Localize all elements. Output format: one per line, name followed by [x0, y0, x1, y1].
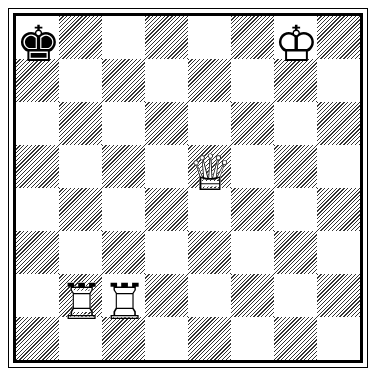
square-f3[interactable] — [231, 231, 274, 274]
board-inner-frame: ♚♚♔♛♕♜♖♜♖ — [13, 13, 363, 363]
square-b2[interactable]: ♜♖ — [59, 274, 102, 317]
square-e3[interactable] — [188, 231, 231, 274]
square-g2[interactable] — [274, 274, 317, 317]
square-e8[interactable] — [188, 16, 231, 59]
square-c1[interactable] — [102, 317, 145, 360]
square-a1[interactable] — [16, 317, 59, 360]
square-e1[interactable] — [188, 317, 231, 360]
square-c2[interactable]: ♜♖ — [102, 274, 145, 317]
square-c7[interactable] — [102, 59, 145, 102]
square-a6[interactable] — [16, 102, 59, 145]
square-a5[interactable] — [16, 145, 59, 188]
square-g1[interactable] — [274, 317, 317, 360]
square-g5[interactable] — [274, 145, 317, 188]
square-d4[interactable] — [145, 188, 188, 231]
square-a8[interactable]: ♚ — [16, 16, 59, 59]
square-a7[interactable] — [16, 59, 59, 102]
square-c3[interactable] — [102, 231, 145, 274]
square-h2[interactable] — [317, 274, 360, 317]
board-outer-frame: ♚♚♔♛♕♜♖♜♖ — [8, 8, 368, 368]
square-b5[interactable] — [59, 145, 102, 188]
square-b7[interactable] — [59, 59, 102, 102]
square-d5[interactable] — [145, 145, 188, 188]
square-e7[interactable] — [188, 59, 231, 102]
square-f2[interactable] — [231, 274, 274, 317]
square-b4[interactable] — [59, 188, 102, 231]
square-h7[interactable] — [317, 59, 360, 102]
square-d3[interactable] — [145, 231, 188, 274]
chess-board: ♚♚♔♛♕♜♖♜♖ — [16, 16, 360, 360]
square-f7[interactable] — [231, 59, 274, 102]
square-c6[interactable] — [102, 102, 145, 145]
square-a2[interactable] — [16, 274, 59, 317]
square-d6[interactable] — [145, 102, 188, 145]
square-e4[interactable] — [188, 188, 231, 231]
square-b6[interactable] — [59, 102, 102, 145]
square-h6[interactable] — [317, 102, 360, 145]
square-f1[interactable] — [231, 317, 274, 360]
square-e2[interactable] — [188, 274, 231, 317]
square-h1[interactable] — [317, 317, 360, 360]
square-d1[interactable] — [145, 317, 188, 360]
square-f5[interactable] — [231, 145, 274, 188]
square-b1[interactable] — [59, 317, 102, 360]
square-f6[interactable] — [231, 102, 274, 145]
square-d2[interactable] — [145, 274, 188, 317]
square-c8[interactable] — [102, 16, 145, 59]
square-g3[interactable] — [274, 231, 317, 274]
square-h5[interactable] — [317, 145, 360, 188]
square-a4[interactable] — [16, 188, 59, 231]
square-d7[interactable] — [145, 59, 188, 102]
square-g6[interactable] — [274, 102, 317, 145]
square-g8[interactable]: ♚♔ — [274, 16, 317, 59]
square-f8[interactable] — [231, 16, 274, 59]
square-h3[interactable] — [317, 231, 360, 274]
square-c5[interactable] — [102, 145, 145, 188]
square-a3[interactable] — [16, 231, 59, 274]
square-h8[interactable] — [317, 16, 360, 59]
square-e6[interactable] — [188, 102, 231, 145]
square-b8[interactable] — [59, 16, 102, 59]
square-d8[interactable] — [145, 16, 188, 59]
square-h4[interactable] — [317, 188, 360, 231]
square-b3[interactable] — [59, 231, 102, 274]
square-e5[interactable]: ♛♕ — [188, 145, 231, 188]
chess-diagram-page: ♚♚♔♛♕♜♖♜♖ — [0, 0, 377, 378]
square-c4[interactable] — [102, 188, 145, 231]
square-g4[interactable] — [274, 188, 317, 231]
square-f4[interactable] — [231, 188, 274, 231]
square-g7[interactable] — [274, 59, 317, 102]
